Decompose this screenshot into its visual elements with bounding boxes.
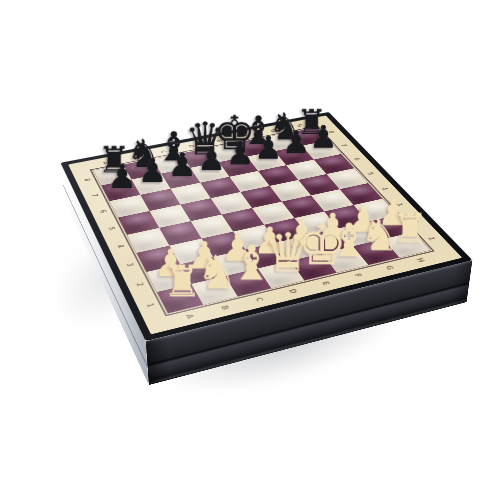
chess-set-photo: AABBCCDDEEFFGGHH8877665544332211 ♜♞♝♛♚♝♞… bbox=[0, 0, 500, 500]
chess-box-3d: AABBCCDDEEFFGGHH8877665544332211 ♜♞♝♛♚♝♞… bbox=[60, 112, 472, 341]
rank-label-6-right: 6 bbox=[352, 157, 361, 161]
scene-3d: AABBCCDDEEFFGGHH8877665544332211 ♜♞♝♛♚♝♞… bbox=[0, 0, 500, 500]
piece-white-rook-a1: ♜ bbox=[161, 259, 204, 303]
